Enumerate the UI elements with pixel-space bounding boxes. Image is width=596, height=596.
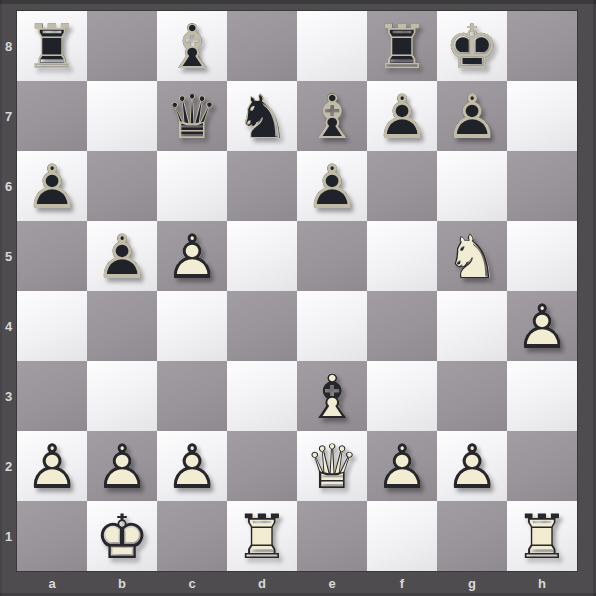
square-f8[interactable]: ♜♖ (367, 11, 437, 81)
white-king-outline-icon: ♔ (87, 501, 157, 571)
square-d6[interactable] (227, 151, 297, 221)
square-d4[interactable] (227, 291, 297, 361)
piece-white-pawn: ♟♙ (367, 431, 437, 501)
black-pawn-outline-icon: ♙ (17, 151, 87, 221)
square-h1[interactable]: ♜♖ (507, 501, 577, 571)
black-pawn-outline-icon: ♙ (437, 81, 507, 151)
rank-label-6: 6 (0, 151, 17, 221)
file-label-h: h (507, 571, 577, 596)
file-label-e: e (297, 571, 367, 596)
file-label-a: a (17, 571, 87, 596)
square-h2[interactable] (507, 431, 577, 501)
chessboard-frame: 87654321 ♜♖♝♗♜♖♚♔♛♕♞♘♝♗♟♙♟♙♟♙♟♙♟♙♟♙♞♘♟♙♝… (0, 0, 596, 596)
square-b3[interactable] (87, 361, 157, 431)
square-a1[interactable] (17, 501, 87, 571)
square-b6[interactable] (87, 151, 157, 221)
piece-black-pawn: ♟♙ (297, 151, 367, 221)
black-pawn-outline-icon: ♙ (87, 221, 157, 291)
square-g1[interactable] (437, 501, 507, 571)
square-f5[interactable] (367, 221, 437, 291)
square-d2[interactable] (227, 431, 297, 501)
piece-white-rook: ♜♖ (227, 501, 297, 571)
piece-black-rook: ♜♖ (17, 11, 87, 81)
square-e6[interactable]: ♟♙ (297, 151, 367, 221)
square-g4[interactable] (437, 291, 507, 361)
file-label-g: g (437, 571, 507, 596)
white-queen-outline-icon: ♕ (297, 431, 367, 501)
rank-label-5: 5 (0, 221, 17, 291)
square-g3[interactable] (437, 361, 507, 431)
square-h6[interactable] (507, 151, 577, 221)
piece-white-pawn: ♟♙ (437, 431, 507, 501)
square-a3[interactable] (17, 361, 87, 431)
square-e3[interactable]: ♝♗ (297, 361, 367, 431)
piece-white-pawn: ♟♙ (87, 431, 157, 501)
black-bishop-outline-icon: ♗ (157, 11, 227, 81)
square-e1[interactable] (297, 501, 367, 571)
white-bishop-outline-icon: ♗ (297, 361, 367, 431)
black-bishop-outline-icon: ♗ (297, 81, 367, 151)
black-pawn-outline-icon: ♙ (297, 151, 367, 221)
piece-black-bishop: ♝♗ (157, 11, 227, 81)
rank-label-1: 1 (0, 501, 17, 571)
white-pawn-outline-icon: ♙ (367, 431, 437, 501)
square-f1[interactable] (367, 501, 437, 571)
rank-labels: 87654321 (0, 11, 17, 571)
square-c7[interactable]: ♛♕ (157, 81, 227, 151)
square-b2[interactable]: ♟♙ (87, 431, 157, 501)
square-b7[interactable] (87, 81, 157, 151)
square-e2[interactable]: ♛♕ (297, 431, 367, 501)
square-a8[interactable]: ♜♖ (17, 11, 87, 81)
square-d1[interactable]: ♜♖ (227, 501, 297, 571)
square-f3[interactable] (367, 361, 437, 431)
white-knight-outline-icon: ♘ (437, 221, 507, 291)
black-rook-outline-icon: ♖ (367, 11, 437, 81)
file-label-d: d (227, 571, 297, 596)
piece-white-bishop: ♝♗ (297, 361, 367, 431)
square-b4[interactable] (87, 291, 157, 361)
piece-black-rook: ♜♖ (367, 11, 437, 81)
square-d7[interactable]: ♞♘ (227, 81, 297, 151)
square-f6[interactable] (367, 151, 437, 221)
square-c6[interactable] (157, 151, 227, 221)
piece-black-pawn: ♟♙ (437, 81, 507, 151)
square-c8[interactable]: ♝♗ (157, 11, 227, 81)
square-g2[interactable]: ♟♙ (437, 431, 507, 501)
black-pawn-outline-icon: ♙ (367, 81, 437, 151)
square-h7[interactable] (507, 81, 577, 151)
square-a5[interactable] (17, 221, 87, 291)
square-e8[interactable] (297, 11, 367, 81)
square-c1[interactable] (157, 501, 227, 571)
square-b1[interactable]: ♚♔ (87, 501, 157, 571)
file-labels: abcdefgh (17, 571, 577, 596)
file-label-f: f (367, 571, 437, 596)
white-rook-outline-icon: ♖ (227, 501, 297, 571)
square-b8[interactable] (87, 11, 157, 81)
white-pawn-outline-icon: ♙ (17, 431, 87, 501)
square-h5[interactable] (507, 221, 577, 291)
black-king-outline-icon: ♔ (437, 11, 507, 81)
square-d3[interactable] (227, 361, 297, 431)
square-a2[interactable]: ♟♙ (17, 431, 87, 501)
rank-label-2: 2 (0, 431, 17, 501)
file-label-c: c (157, 571, 227, 596)
square-h4[interactable]: ♟♙ (507, 291, 577, 361)
piece-black-knight: ♞♘ (227, 81, 297, 151)
piece-white-queen: ♛♕ (297, 431, 367, 501)
square-e4[interactable] (297, 291, 367, 361)
piece-white-pawn: ♟♙ (507, 291, 577, 361)
square-a4[interactable] (17, 291, 87, 361)
piece-black-pawn: ♟♙ (87, 221, 157, 291)
square-g5[interactable]: ♞♘ (437, 221, 507, 291)
piece-white-rook: ♜♖ (507, 501, 577, 571)
black-knight-outline-icon: ♘ (227, 81, 297, 151)
square-a6[interactable]: ♟♙ (17, 151, 87, 221)
piece-black-pawn: ♟♙ (367, 81, 437, 151)
piece-white-knight: ♞♘ (437, 221, 507, 291)
square-h8[interactable] (507, 11, 577, 81)
white-pawn-outline-icon: ♙ (157, 221, 227, 291)
square-f7[interactable]: ♟♙ (367, 81, 437, 151)
rank-label-3: 3 (0, 361, 17, 431)
black-rook-outline-icon: ♖ (17, 11, 87, 81)
white-pawn-outline-icon: ♙ (437, 431, 507, 501)
square-e7[interactable]: ♝♗ (297, 81, 367, 151)
square-h3[interactable] (507, 361, 577, 431)
square-g7[interactable]: ♟♙ (437, 81, 507, 151)
rank-label-4: 4 (0, 291, 17, 361)
white-rook-outline-icon: ♖ (507, 501, 577, 571)
square-d8[interactable] (227, 11, 297, 81)
square-c4[interactable] (157, 291, 227, 361)
white-pawn-outline-icon: ♙ (87, 431, 157, 501)
piece-black-pawn: ♟♙ (17, 151, 87, 221)
white-pawn-outline-icon: ♙ (157, 431, 227, 501)
square-c5[interactable]: ♟♙ (157, 221, 227, 291)
square-f4[interactable] (367, 291, 437, 361)
square-a7[interactable] (17, 81, 87, 151)
piece-black-queen: ♛♕ (157, 81, 227, 151)
piece-black-king: ♚♔ (437, 11, 507, 81)
square-b5[interactable]: ♟♙ (87, 221, 157, 291)
square-d5[interactable] (227, 221, 297, 291)
square-f2[interactable]: ♟♙ (367, 431, 437, 501)
piece-white-king: ♚♔ (87, 501, 157, 571)
square-g6[interactable] (437, 151, 507, 221)
piece-white-pawn: ♟♙ (157, 431, 227, 501)
rank-label-8: 8 (0, 11, 17, 81)
black-queen-outline-icon: ♕ (157, 81, 227, 151)
chess-board: ♜♖♝♗♜♖♚♔♛♕♞♘♝♗♟♙♟♙♟♙♟♙♟♙♟♙♞♘♟♙♝♗♟♙♟♙♟♙♛♕… (17, 11, 577, 571)
square-g8[interactable]: ♚♔ (437, 11, 507, 81)
piece-white-pawn: ♟♙ (17, 431, 87, 501)
rank-label-7: 7 (0, 81, 17, 151)
file-label-b: b (87, 571, 157, 596)
square-e5[interactable] (297, 221, 367, 291)
piece-black-bishop: ♝♗ (297, 81, 367, 151)
square-c2[interactable]: ♟♙ (157, 431, 227, 501)
white-pawn-outline-icon: ♙ (507, 291, 577, 361)
square-c3[interactable] (157, 361, 227, 431)
piece-white-pawn: ♟♙ (157, 221, 227, 291)
